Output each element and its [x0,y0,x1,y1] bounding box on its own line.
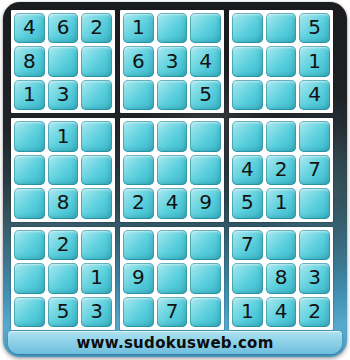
given-digit: 1 [132,17,145,37]
given-digit: 1 [23,84,36,104]
given-digit: 5 [241,192,254,212]
cell-r7c6[interactable] [190,230,221,260]
given-digit: 4 [199,51,212,71]
given-digit: 2 [308,301,321,321]
cell-r3c6[interactable]: 5 [190,80,221,110]
cell-r4c4[interactable] [123,121,154,151]
cell-r9c7[interactable]: 1 [232,297,263,327]
cell-r7c3[interactable] [81,230,112,260]
cell-r1c6[interactable] [190,13,221,43]
cell-r9c5[interactable]: 7 [157,297,188,327]
given-digit: 2 [57,234,70,254]
given-digit: 3 [57,84,70,104]
given-digit: 7 [166,301,179,321]
cell-r3c5[interactable] [157,80,188,110]
cell-r9c6[interactable] [190,297,221,327]
sudoku-box-8: 97 [120,227,224,330]
sudoku-box-4: 18 [11,118,115,221]
given-digit: 2 [275,159,288,179]
cell-r7c5[interactable] [157,230,188,260]
cell-r5c4[interactable] [123,155,154,185]
sudoku-box-1: 462813 [11,10,115,113]
cell-r6c2[interactable]: 8 [48,188,79,218]
given-digit: 8 [23,51,36,71]
sudoku-box-3: 514 [229,10,333,113]
cell-r5c5[interactable] [157,155,188,185]
cell-r5c2[interactable] [48,155,79,185]
cell-r2c7[interactable] [232,46,263,76]
cell-r4c2[interactable]: 1 [48,121,79,151]
given-digit: 1 [308,51,321,71]
cell-r6c1[interactable] [14,188,45,218]
given-digit: 9 [199,192,212,212]
cell-r2c8[interactable] [266,46,297,76]
site-url[interactable]: www.sudokusweb.com [76,334,273,352]
cell-r2c5[interactable]: 3 [157,46,188,76]
given-digit: 5 [57,301,70,321]
cell-r1c7[interactable] [232,13,263,43]
cell-r7c4[interactable] [123,230,154,260]
cell-r9c2[interactable]: 5 [48,297,79,327]
cell-r7c7[interactable]: 7 [232,230,263,260]
cell-r1c5[interactable] [157,13,188,43]
cell-r5c6[interactable] [190,155,221,185]
cell-r9c1[interactable] [14,297,45,327]
given-digit: 2 [132,192,145,212]
given-digit: 1 [57,126,70,146]
cell-r7c9[interactable] [299,230,330,260]
cell-r5c1[interactable] [14,155,45,185]
cell-r2c9[interactable]: 1 [299,46,330,76]
cell-r9c3[interactable]: 3 [81,297,112,327]
cell-r8c7[interactable] [232,263,263,293]
cell-r3c2[interactable]: 3 [48,80,79,110]
cell-r2c4[interactable]: 6 [123,46,154,76]
cell-r5c7[interactable]: 4 [232,155,263,185]
cell-r4c1[interactable] [14,121,45,151]
cell-r4c7[interactable] [232,121,263,151]
cell-r6c9[interactable] [299,188,330,218]
cell-r8c4[interactable]: 9 [123,263,154,293]
cell-r6c5[interactable]: 4 [157,188,188,218]
sudoku-box-7: 2153 [11,227,115,330]
given-digit: 2 [90,17,103,37]
cell-r8c8[interactable]: 8 [266,263,297,293]
cell-r4c9[interactable] [299,121,330,151]
cell-r2c2[interactable] [48,46,79,76]
cell-r2c1[interactable]: 8 [14,46,45,76]
cell-r3c3[interactable] [81,80,112,110]
cell-r9c9[interactable]: 2 [299,297,330,327]
cell-r1c3[interactable]: 2 [81,13,112,43]
cell-r8c6[interactable] [190,263,221,293]
footer-bar: www.sudokusweb.com [8,331,342,354]
given-digit: 1 [275,192,288,212]
cell-r1c1[interactable]: 4 [14,13,45,43]
given-digit: 3 [90,301,103,321]
given-digit: 6 [57,17,70,37]
cell-r4c5[interactable] [157,121,188,151]
given-digit: 1 [241,301,254,321]
cell-r6c6[interactable]: 9 [190,188,221,218]
given-digit: 8 [57,192,70,212]
cell-r6c4[interactable]: 2 [123,188,154,218]
cell-r5c3[interactable] [81,155,112,185]
cell-r9c4[interactable] [123,297,154,327]
sudoku-board: 462813163455141824942751215397783142 [11,10,333,330]
cell-r2c6[interactable]: 4 [190,46,221,76]
cell-r3c4[interactable] [123,80,154,110]
cell-r5c8[interactable]: 2 [266,155,297,185]
cell-r8c2[interactable] [48,263,79,293]
given-digit: 1 [90,267,103,287]
given-digit: 8 [275,267,288,287]
given-digit: 3 [166,51,179,71]
given-digit: 3 [308,267,321,287]
cell-r8c3[interactable]: 1 [81,263,112,293]
given-digit: 5 [199,84,212,104]
given-digit: 4 [241,159,254,179]
cell-r7c2[interactable]: 2 [48,230,79,260]
cell-r8c1[interactable] [14,263,45,293]
sudoku-box-9: 783142 [229,227,333,330]
cell-r3c9[interactable]: 4 [299,80,330,110]
cell-r9c8[interactable]: 4 [266,297,297,327]
given-digit: 4 [308,84,321,104]
cell-r8c5[interactable] [157,263,188,293]
sudoku-box-6: 42751 [229,118,333,221]
sudoku-box-2: 16345 [120,10,224,113]
cell-r3c8[interactable] [266,80,297,110]
given-digit: 7 [308,159,321,179]
sudoku-box-5: 249 [120,118,224,221]
cell-r1c4[interactable]: 1 [123,13,154,43]
given-digit: 9 [132,267,145,287]
given-digit: 4 [23,17,36,37]
cell-r8c9[interactable]: 3 [299,263,330,293]
cell-r2c3[interactable] [81,46,112,76]
given-digit: 4 [275,301,288,321]
cell-r1c8[interactable] [266,13,297,43]
cell-r5c9[interactable]: 7 [299,155,330,185]
given-digit: 5 [308,17,321,37]
given-digit: 4 [166,192,179,212]
cell-r3c1[interactable]: 1 [14,80,45,110]
sudoku-widget: 462813163455141824942751215397783142 www… [0,0,350,360]
cell-r3c7[interactable] [232,80,263,110]
given-digit: 6 [132,51,145,71]
cell-r7c8[interactable] [266,230,297,260]
given-digit: 7 [241,234,254,254]
cell-r4c6[interactable] [190,121,221,151]
cell-r6c3[interactable] [81,188,112,218]
cell-r7c1[interactable] [14,230,45,260]
cell-r4c3[interactable] [81,121,112,151]
cell-r4c8[interactable] [266,121,297,151]
cell-r1c2[interactable]: 6 [48,13,79,43]
cell-r6c7[interactable]: 5 [232,188,263,218]
cell-r1c9[interactable]: 5 [299,13,330,43]
cell-r6c8[interactable]: 1 [266,188,297,218]
